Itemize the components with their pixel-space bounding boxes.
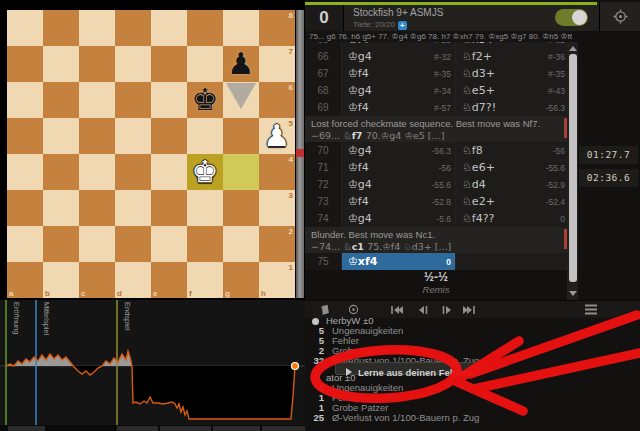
- white-move-cell[interactable]: ♔g4-56.3: [341, 142, 455, 159]
- square-e6[interactable]: [151, 82, 187, 118]
- move-number: 73: [305, 193, 341, 210]
- square-d8[interactable]: [115, 10, 151, 46]
- move-san: ♘f2+: [456, 50, 492, 63]
- move-eval: -55.6: [546, 163, 567, 173]
- square-h4[interactable]: 4: [259, 154, 295, 190]
- practice-button[interactable]: [599, 2, 640, 31]
- square-h8[interactable]: 8: [259, 10, 295, 46]
- square-a8[interactable]: [7, 10, 43, 46]
- move-san: ♔g4: [342, 50, 372, 63]
- move-eval: 0: [446, 257, 455, 267]
- square-h5[interactable]: ♟5: [259, 118, 295, 154]
- black-move-cell[interactable]: ♘f2+#-36: [455, 48, 567, 65]
- menu-icon[interactable]: [583, 303, 599, 316]
- square-g2[interactable]: [223, 226, 259, 262]
- play-icon: [346, 368, 352, 376]
- black-move-cell[interactable]: ♘f8-56: [455, 142, 567, 159]
- square-g8[interactable]: [223, 10, 259, 46]
- move-san: ♔f4: [342, 42, 369, 46]
- square-c2[interactable]: [79, 226, 115, 262]
- scroll-down-icon[interactable]: [569, 291, 577, 296]
- square-f4[interactable]: ♚: [187, 154, 223, 190]
- move-san: ♘f4??: [456, 212, 494, 225]
- file-label: a: [9, 289, 13, 298]
- comment-text: Lost forced checkmate sequence. Best mov…: [311, 118, 561, 130]
- move-san: ♔g4: [342, 144, 372, 157]
- white-move-cell[interactable]: ♔f4#-35: [341, 65, 455, 82]
- move-list-scrollbar[interactable]: [567, 42, 578, 300]
- white-move-cell[interactable]: ♔g4-55.6: [341, 176, 455, 193]
- stat-inaccuracies: 5Ungenauigkeiten: [310, 383, 640, 393]
- annotation-comment: Lost forced checkmate sequence. Best mov…: [305, 116, 567, 142]
- square-a2[interactable]: [7, 226, 43, 262]
- square-a5[interactable]: [7, 118, 43, 154]
- white-move-cell[interactable]: ♔g4#-32: [341, 48, 455, 65]
- square-e1[interactable]: e: [151, 262, 187, 298]
- engine-progress-bar: [305, 2, 597, 5]
- square-h1[interactable]: 1h: [259, 262, 295, 298]
- move-eval: #-34: [434, 86, 455, 96]
- black-player-icon: [312, 318, 319, 325]
- target-icon: [613, 9, 628, 24]
- move-eval: #-35: [548, 69, 567, 79]
- square-d1[interactable]: d: [115, 262, 151, 298]
- square-a4[interactable]: [7, 154, 43, 190]
- square-a3[interactable]: [7, 190, 43, 226]
- move-number: 75: [305, 253, 341, 270]
- square-g4[interactable]: [223, 154, 259, 190]
- square-d2[interactable]: [115, 226, 151, 262]
- variation-line[interactable]: −69... ♘f7 70.♔g4 ♔e5 [...]: [311, 130, 561, 142]
- square-h2[interactable]: 2: [259, 226, 295, 262]
- square-a1[interactable]: a: [7, 262, 43, 298]
- move-eval: #-43: [548, 86, 567, 96]
- go-last-icon[interactable]: [461, 303, 477, 316]
- square-c8[interactable]: [79, 10, 115, 46]
- toggle-knob: [572, 10, 587, 25]
- move-eval: 0: [560, 214, 567, 224]
- move-number: 68: [305, 82, 341, 99]
- move-san: ♔g4: [342, 212, 372, 225]
- white-move-cell[interactable]: ♔g4-5.6: [341, 210, 455, 227]
- engine-toggle[interactable]: [555, 9, 588, 26]
- white-move-cell[interactable]: ♔f4-56: [341, 159, 455, 176]
- rank-label: 2: [289, 227, 293, 236]
- black-move-cell[interactable]: ♘e2+-52.4: [455, 193, 567, 210]
- square-e2[interactable]: [151, 226, 187, 262]
- move-number: 70: [305, 142, 341, 159]
- move-san: ♘e6+: [456, 161, 495, 174]
- chess-board[interactable]: 8♟7♚6♟5♚432abcdefg1h: [7, 10, 295, 298]
- go-first-icon[interactable]: [389, 303, 405, 316]
- black-move-cell[interactable]: ♘d3+#-35: [455, 65, 567, 82]
- file-label: e: [153, 289, 157, 298]
- square-h6[interactable]: 6: [259, 82, 295, 118]
- black-move-cell[interactable]: [455, 253, 567, 270]
- annotation-comment: Blunder. Best move was Nc1.−74... ♘c1 75…: [305, 227, 567, 253]
- move-eval: #-35: [434, 69, 455, 79]
- square-d4[interactable]: [115, 154, 151, 190]
- square-d6[interactable]: [115, 82, 151, 118]
- black-pawn[interactable]: ♟: [223, 46, 259, 82]
- move-san: ♘e2+: [456, 195, 495, 208]
- scrollbar-thumb[interactable]: [569, 54, 577, 282]
- file-label: d: [117, 289, 122, 298]
- rank-label: 3: [289, 191, 293, 200]
- rank-label: 6: [289, 83, 293, 92]
- depth-plus-icon[interactable]: +: [398, 21, 407, 30]
- move-row-71: 71♔f4-56♘e6+-55.6: [305, 159, 567, 176]
- last-move-highlight: [223, 154, 259, 190]
- computer-analysis-summary: HerbyW ±05Ungenauigkeiten5Fehler2Grobe P…: [310, 316, 640, 423]
- move-row-73: 73♔f4-52.8♘e2+-52.4: [305, 193, 567, 210]
- square-d3[interactable]: [115, 190, 151, 226]
- variation-line[interactable]: −74... ♘c1 75.♔f4 ♘d3+ [...]: [311, 241, 561, 253]
- file-label: f: [189, 289, 192, 298]
- rank-label: 8: [289, 11, 293, 20]
- move-eval: -56.3: [432, 146, 455, 156]
- black-clock: 02:36.6: [579, 169, 638, 187]
- black-player-stats: HerbyW ±05Ungenauigkeiten5Fehler2Grobe P…: [310, 316, 640, 366]
- move-eval: -5.6: [436, 214, 455, 224]
- rank-label: 7: [289, 47, 293, 56]
- engine-depth: Tiefe: 20/20+: [353, 20, 407, 30]
- move-eval: -56.3: [546, 103, 567, 113]
- move-eval: #-32: [434, 52, 455, 62]
- move-row-74: 74♔g4-5.6♘f4??0: [305, 210, 567, 227]
- go-next-icon[interactable]: [439, 303, 455, 316]
- black-move-cell[interactable]: ♘d4-52.9: [455, 176, 567, 193]
- move-number: 71: [305, 159, 341, 176]
- square-g1[interactable]: g: [223, 262, 259, 298]
- move-eval: -56: [439, 163, 455, 173]
- move-row-70: 70♔g4-56.3♘f8-56: [305, 142, 567, 159]
- white-king[interactable]: ♚: [187, 154, 223, 190]
- black-move-cell[interactable]: ♘e6+-55.6: [455, 159, 567, 176]
- learn-from-mistakes-button[interactable]: Lerne aus deinen Fehlern: [335, 362, 484, 375]
- square-c5[interactable]: [79, 118, 115, 154]
- engine-name: Stockfish 9+ ASMJS: [353, 7, 443, 18]
- square-a6[interactable]: [7, 82, 43, 118]
- square-b4[interactable]: [43, 154, 79, 190]
- scroll-up-icon[interactable]: [569, 46, 577, 51]
- move-san: ♘f8: [456, 144, 483, 157]
- move-number: 74: [305, 210, 341, 227]
- svg-text:Endspiel: Endspiel: [123, 302, 132, 331]
- square-f7[interactable]: [187, 46, 223, 82]
- square-f6[interactable]: ♚: [187, 82, 223, 118]
- move-san: ♔xf4: [342, 255, 377, 268]
- stat-inaccuracies: 5Ungenauigkeiten: [310, 326, 640, 336]
- move-san: ♔f4: [342, 67, 369, 80]
- engine-eval: 0: [305, 5, 344, 31]
- square-e3[interactable]: [151, 190, 187, 226]
- file-label: b: [45, 289, 50, 298]
- square-b6[interactable]: [43, 82, 79, 118]
- go-previous-icon[interactable]: [415, 303, 431, 316]
- white-move-cell[interactable]: ♔xf40: [341, 253, 455, 270]
- move-eval: #-57: [434, 103, 455, 113]
- square-d7[interactable]: [115, 46, 151, 82]
- comment-text: Blunder. Best move was Nc1.: [311, 229, 561, 241]
- svg-text:Eröffnung: Eröffnung: [12, 302, 21, 334]
- square-c3[interactable]: [79, 190, 115, 226]
- move-row-68: 68♔g4#-34♘e5+#-43: [305, 82, 567, 99]
- square-g5[interactable]: [223, 118, 259, 154]
- square-f1[interactable]: f: [187, 262, 223, 298]
- eval-gauge: [296, 10, 304, 298]
- square-g7[interactable]: ♟: [223, 46, 259, 82]
- move-san: ♘h3+: [456, 42, 495, 46]
- eval-gauge-tick: [296, 149, 304, 157]
- white-player-icon: [312, 375, 319, 382]
- game-result: ½-½ Remis: [305, 270, 567, 296]
- move-row-66: 66♔g4#-32♘f2+#-36: [305, 48, 567, 65]
- square-b8[interactable]: [43, 10, 79, 46]
- move-eval: -52.4: [546, 197, 567, 207]
- square-b3[interactable]: [43, 190, 79, 226]
- square-f2[interactable]: [187, 226, 223, 262]
- square-e8[interactable]: [151, 10, 187, 46]
- black-move-cell[interactable]: ♘e5+#-43: [455, 82, 567, 99]
- square-e7[interactable]: [151, 46, 187, 82]
- move-eval: #-29: [434, 42, 455, 45]
- move-san: ♔f4: [342, 161, 369, 174]
- rank-label: 1: [289, 263, 293, 272]
- file-label: g: [225, 289, 230, 298]
- result-status: Remis: [305, 284, 567, 296]
- square-f5[interactable]: [187, 118, 223, 154]
- square-h3[interactable]: 3: [259, 190, 295, 226]
- move-san: ♔g4: [342, 84, 372, 97]
- move-eval: #-32: [548, 42, 567, 45]
- file-label: h: [261, 289, 266, 298]
- white-move-cell[interactable]: ♔f4-52.8: [341, 193, 455, 210]
- square-c7[interactable]: [79, 46, 115, 82]
- black-king[interactable]: ♚: [187, 82, 223, 118]
- move-san: ♔f4: [342, 195, 369, 208]
- move-list[interactable]: 65♔f4#-29♘h3+#-3266♔g4#-32♘f2+#-3667♔f4#…: [305, 42, 567, 270]
- move-eval: #-36: [548, 52, 567, 62]
- move-row-72: 72♔g4-55.6♘d4-52.9: [305, 176, 567, 193]
- engine-header: 0 Stockfish 9+ ASMJS Tiefe: 20/20+: [305, 2, 640, 31]
- move-eval: -56: [553, 146, 567, 156]
- pv-line[interactable]: 75... g6 76. h6 g5+ 77. ♔g4 ♔g6 78. h7 ♔…: [305, 31, 572, 42]
- square-b2[interactable]: [43, 226, 79, 262]
- move-san: ♔g4: [342, 178, 372, 191]
- square-h7[interactable]: 7: [259, 46, 295, 82]
- move-number: 69: [305, 99, 341, 116]
- rank-label: 4: [289, 155, 293, 164]
- move-row-69: 69♔f4#-57♘d7?!-56.3: [305, 99, 567, 116]
- square-e4[interactable]: [151, 154, 187, 190]
- move-number: 72: [305, 176, 341, 193]
- square-c6[interactable]: [79, 82, 115, 118]
- square-f3[interactable]: [187, 190, 223, 226]
- move-number: 67: [305, 65, 341, 82]
- square-b7[interactable]: [43, 46, 79, 82]
- square-b1[interactable]: b: [43, 262, 79, 298]
- move-san: ♘d3+: [456, 67, 495, 80]
- white-clock: 01:27.7: [579, 146, 638, 164]
- move-row-75: 75♔xf40: [305, 253, 567, 270]
- move-san: ♔f4: [342, 101, 369, 114]
- white-move-cell[interactable]: ♔f4#-57: [341, 99, 455, 116]
- move-san: ♘d4: [456, 178, 486, 191]
- move-eval: -52.9: [546, 180, 567, 190]
- rank-label: 5: [289, 119, 293, 128]
- square-a7[interactable]: [7, 46, 43, 82]
- move-number: 66: [305, 48, 341, 65]
- white-move-cell[interactable]: ♔g4#-34: [341, 82, 455, 99]
- move-row-67: 67♔f4#-35♘d3+#-35: [305, 65, 567, 82]
- square-e5[interactable]: [151, 118, 187, 154]
- white-player-stats: ator ±05Ungenauigkeiten1Fehler1Grobe Pat…: [310, 373, 640, 423]
- square-f8[interactable]: [187, 10, 223, 46]
- stat-acpl: 25Ø-Verlust von 1/100-Bauern p. Zug: [310, 413, 640, 423]
- black-move-cell[interactable]: ♘f4??0: [455, 210, 567, 227]
- result-score: ½-½: [305, 270, 567, 284]
- best-move-arrowhead: [226, 83, 256, 109]
- square-c4[interactable]: [79, 154, 115, 190]
- square-b5[interactable]: [43, 118, 79, 154]
- analysis-panel: 0 Stockfish 9+ ASMJS Tiefe: 20/20+ 75...…: [305, 0, 640, 431]
- black-move-cell[interactable]: ♘d7?!-56.3: [455, 99, 567, 116]
- move-eval: -55.6: [432, 180, 455, 190]
- move-san: ♘e5+: [456, 84, 495, 97]
- square-d5[interactable]: [115, 118, 151, 154]
- square-c1[interactable]: c: [79, 262, 115, 298]
- square-g6[interactable]: [223, 82, 259, 118]
- advantage-chart[interactable]: EröffnungMittelspielEndspiel: [0, 300, 308, 431]
- svg-text:Mittelspiel: Mittelspiel: [42, 302, 51, 336]
- square-g3[interactable]: [223, 190, 259, 226]
- move-san: ♘d7?!: [456, 101, 496, 114]
- chess-analysis-app: 8♟7♚6♟5♚432abcdefg1h EröffnungMittelspie…: [0, 0, 640, 431]
- file-label: c: [81, 289, 85, 298]
- move-eval: -52.8: [432, 197, 455, 207]
